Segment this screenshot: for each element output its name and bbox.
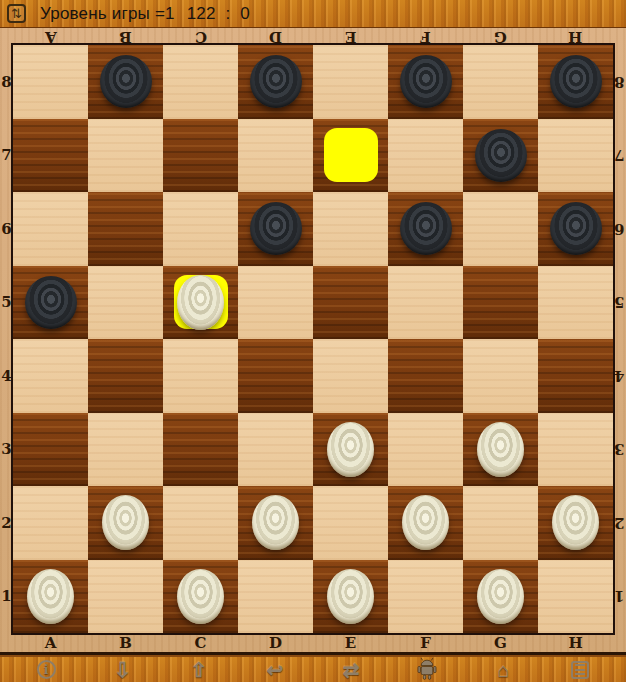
square-g8[interactable] [463,45,538,119]
file-label-bottom-c: C [163,633,238,652]
white-piece-e3[interactable] [327,422,374,477]
swap-sides-icon: ⇄ [343,660,360,680]
file-label-top-c: C [163,28,238,45]
rank-label-right-6: 6 [613,192,626,266]
square-e5[interactable] [313,266,388,340]
flip-board-icon: ⇅ [7,4,26,23]
square-b4[interactable] [88,339,163,413]
square-d4[interactable] [238,339,313,413]
square-g1[interactable] [463,560,538,634]
square-a4[interactable] [13,339,88,413]
home-icon: ⌂ [498,660,510,680]
square-f3[interactable] [388,413,463,487]
white-piece-e1[interactable] [327,569,374,624]
square-h6[interactable] [538,192,613,266]
file-labels-bottom: ABCDEFGH [0,633,626,652]
file-label-top-a: A [13,28,88,45]
rank-label-left-3: 3 [0,413,13,487]
black-piece-h6[interactable] [550,202,602,255]
square-c5[interactable] [163,266,238,340]
square-d8[interactable] [238,45,313,119]
rank-label-left-6: 6 [0,192,13,266]
square-g6[interactable] [463,192,538,266]
square-a3[interactable] [13,413,88,487]
black-piece-d6[interactable] [250,202,302,255]
square-e8[interactable] [313,45,388,119]
file-label-bottom-d: D [238,633,313,652]
highlight-e7 [324,128,378,182]
square-e4[interactable] [313,339,388,413]
square-g2[interactable] [463,486,538,560]
rank-label-right-2: 2 [613,486,626,560]
score-label: 122 : 0 [187,4,250,24]
square-h8[interactable] [538,45,613,119]
rank-labels-left: 87654321 [0,45,13,633]
rank-labels-right: 87654321 [613,45,626,633]
square-c8[interactable] [163,45,238,119]
app-window: ⇅ Уровень игры =1 122 : 0 ABCDEFGH 87654… [0,0,626,682]
square-b2[interactable] [88,486,163,560]
rank-label-left-2: 2 [0,486,13,560]
square-c2[interactable] [163,486,238,560]
square-c3[interactable] [163,413,238,487]
board [13,45,613,633]
square-b7[interactable] [88,119,163,193]
square-a8[interactable] [13,45,88,119]
info-button[interactable]: i [31,656,61,682]
toolbar: i⇩⇧↩⇄⌂ [0,655,626,682]
square-c4[interactable] [163,339,238,413]
square-h5[interactable] [538,266,613,340]
black-piece-g7[interactable] [475,129,527,182]
square-f5[interactable] [388,266,463,340]
title-bar: ⇅ Уровень игры =1 122 : 0 [0,0,626,28]
undo-icon: ↩ [266,660,283,680]
swap-sides-button[interactable]: ⇄ [336,656,366,682]
undo-button[interactable]: ↩ [260,656,290,682]
square-a2[interactable] [13,486,88,560]
square-a1[interactable] [13,560,88,634]
white-piece-d2[interactable] [252,495,299,550]
file-label-top-g: G [463,28,538,45]
square-b5[interactable] [88,266,163,340]
black-piece-b8[interactable] [100,55,152,108]
square-c7[interactable] [163,119,238,193]
white-piece-g1[interactable] [477,569,524,624]
board-frame: ABCDEFGH 87654321 87654321 ABCDEFGH [0,28,626,655]
rank-label-right-4: 4 [613,339,626,413]
square-b3[interactable] [88,413,163,487]
white-piece-h2[interactable] [552,495,599,550]
square-h4[interactable] [538,339,613,413]
square-f8[interactable] [388,45,463,119]
square-d1[interactable] [238,560,313,634]
menu-button[interactable] [565,656,595,682]
square-b6[interactable] [88,192,163,266]
file-label-bottom-f: F [388,633,463,652]
move-up-icon: ⇧ [190,660,207,680]
info-icon: i [37,660,56,679]
square-e2[interactable] [313,486,388,560]
file-labels-top: ABCDEFGH [0,28,626,45]
file-label-bottom-e: E [313,633,388,652]
square-d5[interactable] [238,266,313,340]
rank-label-left-1: 1 [0,560,13,634]
square-h7[interactable] [538,119,613,193]
rank-label-left-7: 7 [0,119,13,193]
level-label: Уровень игры =1 [40,4,175,24]
file-label-bottom-h: H [538,633,613,652]
black-piece-f8[interactable] [400,55,452,108]
square-a6[interactable] [13,192,88,266]
square-c6[interactable] [163,192,238,266]
rank-label-left-8: 8 [0,45,13,119]
square-f2[interactable] [388,486,463,560]
rank-label-right-1: 1 [613,560,626,634]
file-label-top-f: F [388,28,463,45]
square-a7[interactable] [13,119,88,193]
square-d6[interactable] [238,192,313,266]
square-g4[interactable] [463,339,538,413]
rank-label-right-5: 5 [613,266,626,340]
square-h3[interactable] [538,413,613,487]
square-f4[interactable] [388,339,463,413]
white-piece-a1[interactable] [27,569,74,624]
square-f7[interactable] [388,119,463,193]
square-g7[interactable] [463,119,538,193]
square-e3[interactable] [313,413,388,487]
square-d7[interactable] [238,119,313,193]
android-button[interactable] [412,656,442,682]
square-e1[interactable] [313,560,388,634]
home-button[interactable]: ⌂ [489,656,519,682]
white-piece-c1[interactable] [177,569,224,624]
square-h2[interactable] [538,486,613,560]
square-a5[interactable] [13,266,88,340]
file-label-top-h: H [538,28,613,45]
square-c1[interactable] [163,560,238,634]
square-e7[interactable] [313,119,388,193]
file-label-bottom-b: B [88,633,163,652]
square-d3[interactable] [238,413,313,487]
rank-label-right-3: 3 [613,413,626,487]
black-piece-f6[interactable] [400,202,452,255]
black-piece-h8[interactable] [550,55,602,108]
black-piece-d8[interactable] [250,55,302,108]
square-e6[interactable] [313,192,388,266]
square-g3[interactable] [463,413,538,487]
rank-label-right-8: 8 [613,45,626,119]
square-d2[interactable] [238,486,313,560]
white-piece-c5[interactable] [177,275,224,330]
square-f6[interactable] [388,192,463,266]
rank-label-right-7: 7 [613,119,626,193]
rank-label-left-4: 4 [0,339,13,413]
android-icon [417,657,437,682]
file-label-bottom-a: A [13,633,88,652]
square-b8[interactable] [88,45,163,119]
square-h1[interactable] [538,560,613,634]
menu-icon [571,661,589,679]
move-down-icon: ⇩ [114,660,131,680]
move-down-button[interactable]: ⇩ [107,656,137,682]
rank-label-left-5: 5 [0,266,13,340]
white-piece-b2[interactable] [102,495,149,550]
file-label-bottom-g: G [463,633,538,652]
file-label-top-d: D [238,28,313,45]
move-up-button[interactable]: ⇧ [184,656,214,682]
white-piece-f2[interactable] [402,495,449,550]
black-piece-a5[interactable] [25,276,77,329]
square-b1[interactable] [88,560,163,634]
white-piece-g3[interactable] [477,422,524,477]
square-g5[interactable] [463,266,538,340]
square-f1[interactable] [388,560,463,634]
file-label-top-b: B [88,28,163,45]
file-label-top-e: E [313,28,388,45]
